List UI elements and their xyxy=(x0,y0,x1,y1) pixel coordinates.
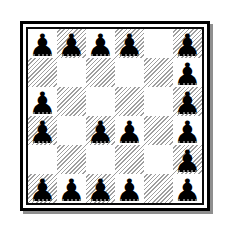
square-e6[interactable] xyxy=(144,29,173,58)
square-d2[interactable] xyxy=(115,145,144,174)
square-d1[interactable]: ♟ xyxy=(115,174,144,203)
square-c1[interactable]: ♟ xyxy=(86,174,115,203)
black-pawn[interactable]: ♟ xyxy=(57,174,86,203)
black-pawn[interactable]: ♟ xyxy=(57,29,86,58)
square-f4[interactable]: ♟ xyxy=(173,87,202,116)
square-d6[interactable]: ♟ xyxy=(115,29,144,58)
square-e1[interactable] xyxy=(144,174,173,203)
square-d3[interactable]: ♟ xyxy=(115,116,144,145)
black-pawn[interactable]: ♟ xyxy=(86,116,115,145)
square-e2[interactable] xyxy=(144,145,173,174)
black-pawn[interactable]: ♟ xyxy=(28,29,57,58)
square-a3[interactable]: ♟ xyxy=(28,116,57,145)
black-pawn[interactable]: ♟ xyxy=(173,58,202,87)
black-pawn[interactable]: ♟ xyxy=(173,116,202,145)
square-c3[interactable]: ♟ xyxy=(86,116,115,145)
black-pawn[interactable]: ♟ xyxy=(115,29,144,58)
black-pawn[interactable]: ♟ xyxy=(28,174,57,203)
square-a6[interactable]: ♟ xyxy=(28,29,57,58)
square-f1[interactable]: ♟ xyxy=(173,174,202,203)
square-e4[interactable] xyxy=(144,87,173,116)
square-f6[interactable]: ♟ xyxy=(173,29,202,58)
square-f2[interactable]: ♟ xyxy=(173,145,202,174)
black-pawn[interactable]: ♟ xyxy=(28,116,57,145)
black-pawn[interactable]: ♟ xyxy=(173,174,202,203)
square-c2[interactable] xyxy=(86,145,115,174)
square-d5[interactable] xyxy=(115,58,144,87)
square-a1[interactable]: ♟ xyxy=(28,174,57,203)
square-a4[interactable]: ♟ xyxy=(28,87,57,116)
black-pawn[interactable]: ♟ xyxy=(86,29,115,58)
black-pawn[interactable]: ♟ xyxy=(115,174,144,203)
square-c6[interactable]: ♟ xyxy=(86,29,115,58)
board-frame: ♟♟♟♟♟♟♟♟♟♟♟♟♟♟♟♟♟♟ xyxy=(20,21,210,211)
square-d4[interactable] xyxy=(115,87,144,116)
square-f5[interactable]: ♟ xyxy=(173,58,202,87)
square-b4[interactable] xyxy=(57,87,86,116)
square-b6[interactable]: ♟ xyxy=(57,29,86,58)
square-a5[interactable] xyxy=(28,58,57,87)
black-pawn[interactable]: ♟ xyxy=(173,29,202,58)
square-b1[interactable]: ♟ xyxy=(57,174,86,203)
black-pawn[interactable]: ♟ xyxy=(173,87,202,116)
black-pawn[interactable]: ♟ xyxy=(173,145,202,174)
black-pawn[interactable]: ♟ xyxy=(28,87,57,116)
square-b3[interactable] xyxy=(57,116,86,145)
square-b5[interactable] xyxy=(57,58,86,87)
square-f3[interactable]: ♟ xyxy=(173,116,202,145)
black-pawn[interactable]: ♟ xyxy=(86,174,115,203)
square-c4[interactable] xyxy=(86,87,115,116)
square-a2[interactable] xyxy=(28,145,57,174)
square-b2[interactable] xyxy=(57,145,86,174)
square-c5[interactable] xyxy=(86,58,115,87)
chess-board: ♟♟♟♟♟♟♟♟♟♟♟♟♟♟♟♟♟♟ xyxy=(26,27,204,205)
diagram-background: ♟♟♟♟♟♟♟♟♟♟♟♟♟♟♟♟♟♟ xyxy=(0,0,234,244)
square-e3[interactable] xyxy=(144,116,173,145)
square-e5[interactable] xyxy=(144,58,173,87)
black-pawn[interactable]: ♟ xyxy=(115,116,144,145)
